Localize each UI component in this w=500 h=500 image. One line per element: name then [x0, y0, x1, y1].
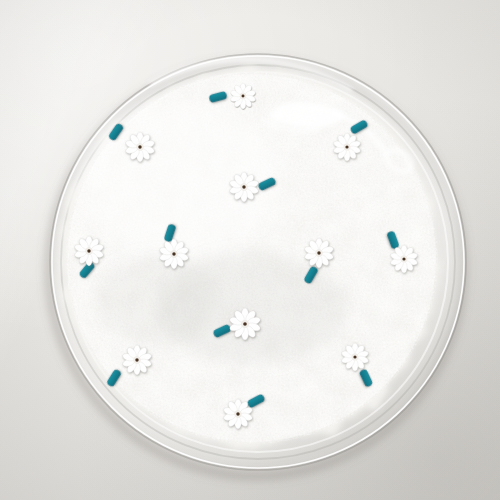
- plate-photo: [0, 0, 500, 500]
- frost-gray-patch-2: [98, 255, 218, 345]
- photo-background: [0, 0, 500, 500]
